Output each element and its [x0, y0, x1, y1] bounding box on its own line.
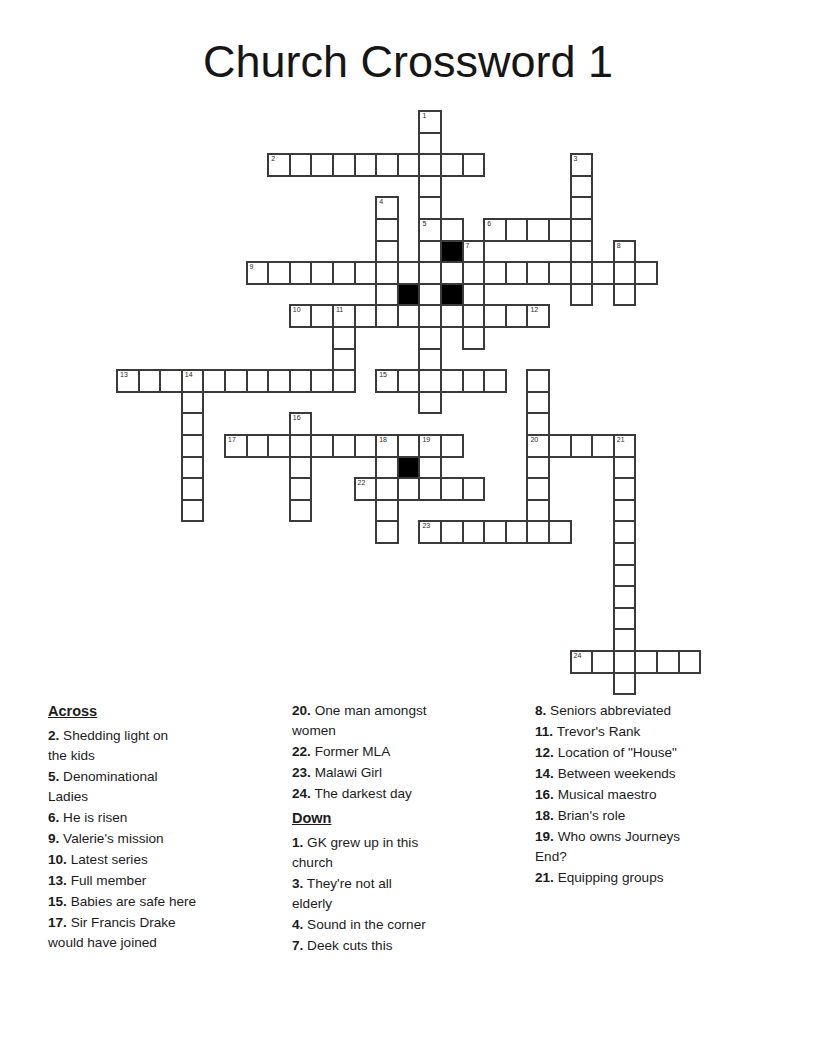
cell-r18c12[interactable]	[375, 499, 399, 523]
clue-text: Latest series	[67, 852, 148, 867]
cell-r2c8[interactable]	[289, 153, 313, 177]
cell-r22c23[interactable]	[613, 585, 637, 609]
clue-number-7: 7	[466, 242, 470, 250]
cell-r15c20[interactable]	[548, 434, 572, 458]
clue-number-4: 4	[379, 198, 383, 206]
cell-r5c12[interactable]	[375, 218, 399, 242]
cell-r9c8[interactable]: 10	[289, 304, 313, 328]
clue-column-1: Across2. Shedding light on the kids5. De…	[48, 701, 286, 954]
cell-r25c25[interactable]	[656, 650, 680, 674]
cell-r9c10[interactable]: 11	[332, 304, 356, 328]
cell-r15c21[interactable]	[570, 434, 594, 458]
cell-r12c17[interactable]	[483, 369, 507, 393]
clue-label: 22.	[292, 744, 311, 759]
clue-across-15: 15. Babies are safe here	[48, 892, 286, 912]
cell-r21c23[interactable]	[613, 564, 637, 588]
clue-down-11: 11. Trevor's Rank	[535, 722, 785, 742]
cell-r2c13[interactable]	[397, 153, 421, 177]
cell-r7c21[interactable]	[570, 261, 594, 285]
clue-down-1: 1. GK grew up in this church	[292, 833, 530, 873]
cell-r6c21[interactable]	[570, 240, 594, 264]
clue-label: 8.	[535, 703, 546, 718]
cell-r15c10[interactable]	[332, 434, 356, 458]
cell-r16c3[interactable]	[181, 456, 205, 480]
cell-r9c12[interactable]	[375, 304, 399, 328]
clue-text: Sound in the corner	[303, 917, 425, 932]
clue-down-7: 7. Deek cuts this	[292, 936, 530, 956]
cell-r5c19[interactable]	[526, 218, 550, 242]
clue-label: 16.	[535, 787, 554, 802]
clue-number-12: 12	[530, 306, 538, 314]
cell-r13c3[interactable]	[181, 391, 205, 415]
cell-r17c23[interactable]	[613, 477, 637, 501]
clues-header-across: Across	[48, 701, 286, 721]
cell-r9c16[interactable]	[462, 304, 486, 328]
cell-r19c19[interactable]	[526, 520, 550, 544]
cell-r9c19[interactable]: 12	[526, 304, 550, 328]
clue-text: Trevor's Rank	[553, 724, 640, 739]
clue-number-6: 6	[487, 220, 491, 228]
clue-label: 13.	[48, 873, 67, 888]
blocked-cell-r8c15	[440, 283, 464, 307]
cell-r7c9[interactable]	[310, 261, 334, 285]
cell-r9c11[interactable]	[354, 304, 378, 328]
crossword-grid: 123456789101112131415161718192021222324	[116, 110, 702, 696]
cell-r12c6[interactable]	[246, 369, 270, 393]
cell-r12c15[interactable]	[440, 369, 464, 393]
cell-r11c14[interactable]	[418, 348, 442, 372]
clue-down-21: 21. Equipping groups	[535, 868, 785, 888]
cell-r7c8[interactable]	[289, 261, 313, 285]
cell-r17c11[interactable]: 22	[354, 477, 378, 501]
cell-r15c23[interactable]: 21	[613, 434, 637, 458]
cell-r15c8[interactable]	[289, 434, 313, 458]
clue-text: Malawi Girl	[311, 765, 382, 780]
clue-across-17: 17. Sir Francis Drake would have joined	[48, 913, 286, 953]
blocked-cell-r16c13	[397, 456, 421, 480]
clue-number-1: 1	[422, 112, 426, 120]
cell-r7c19[interactable]	[526, 261, 550, 285]
clue-text: The darkest day	[311, 786, 412, 801]
clue-across-6: 6. He is risen	[48, 808, 286, 828]
cell-r17c12[interactable]	[375, 477, 399, 501]
clue-label: 7.	[292, 938, 303, 953]
cell-r12c4[interactable]	[202, 369, 226, 393]
clue-column-3: 8. Seniors abbreviated11. Trevor's Rank1…	[535, 701, 785, 889]
cell-r14c19[interactable]	[526, 412, 550, 436]
cell-r16c12[interactable]	[375, 456, 399, 480]
cell-r15c3[interactable]	[181, 434, 205, 458]
cell-r15c7[interactable]	[267, 434, 291, 458]
clue-down-19: 19. Who owns Journeys End?	[535, 827, 785, 867]
cell-r25c22[interactable]	[591, 650, 615, 674]
cell-r16c8[interactable]	[289, 456, 313, 480]
cell-r2c10[interactable]	[332, 153, 356, 177]
cell-r15c9[interactable]	[310, 434, 334, 458]
cell-r9c13[interactable]	[397, 304, 421, 328]
cell-r16c14[interactable]	[418, 456, 442, 480]
cell-r7c11[interactable]	[354, 261, 378, 285]
clue-label: 23.	[292, 765, 311, 780]
clue-down-4: 4. Sound in the corner	[292, 915, 530, 935]
cell-r12c7[interactable]	[267, 369, 291, 393]
clue-text: Musical maestro	[554, 787, 657, 802]
cell-r12c10[interactable]	[332, 369, 356, 393]
cell-r7c24[interactable]	[634, 261, 658, 285]
clue-down-3: 3. They're not all elderly	[292, 874, 530, 914]
cell-r0c14[interactable]: 1	[418, 110, 442, 134]
cell-r20c23[interactable]	[613, 542, 637, 566]
clue-down-16: 16. Musical maestro	[535, 785, 785, 805]
cell-r17c13[interactable]	[397, 477, 421, 501]
clue-label: 24.	[292, 786, 311, 801]
cell-r19c18[interactable]	[505, 520, 529, 544]
clue-number-24: 24	[574, 652, 582, 660]
clue-label: 1.	[292, 835, 303, 850]
clue-label: 14.	[535, 766, 554, 781]
cell-r2c15[interactable]	[440, 153, 464, 177]
cell-r7c14[interactable]	[418, 261, 442, 285]
cell-r7c7[interactable]	[267, 261, 291, 285]
clue-label: 10.	[48, 852, 67, 867]
cell-r7c16[interactable]	[462, 261, 486, 285]
cell-r10c14[interactable]	[418, 326, 442, 350]
cell-r3c14[interactable]	[418, 175, 442, 199]
cell-r2c14[interactable]	[418, 153, 442, 177]
clue-label: 20.	[292, 703, 311, 718]
cell-r6c16[interactable]: 7	[462, 240, 486, 264]
clue-number-2: 2	[271, 155, 275, 163]
clue-number-3: 3	[574, 155, 578, 163]
cell-r5c20[interactable]	[548, 218, 572, 242]
cell-r12c19[interactable]	[526, 369, 550, 393]
clue-label: 19.	[535, 829, 554, 844]
cell-r7c18[interactable]	[505, 261, 529, 285]
cell-r24c23[interactable]	[613, 628, 637, 652]
cell-r16c19[interactable]	[526, 456, 550, 480]
cell-r14c8[interactable]: 16	[289, 412, 313, 436]
cell-r23c23[interactable]	[613, 607, 637, 631]
cell-r7c6[interactable]: 9	[246, 261, 270, 285]
clue-number-20: 20	[530, 436, 538, 444]
clue-text: Full member	[67, 873, 146, 888]
clue-number-17: 17	[228, 436, 236, 444]
cell-r9c9[interactable]	[310, 304, 334, 328]
cell-r9c14[interactable]	[418, 304, 442, 328]
cell-r17c8[interactable]	[289, 477, 313, 501]
clue-text: Brian's role	[554, 808, 625, 823]
cell-r7c17[interactable]	[483, 261, 507, 285]
cell-r15c15[interactable]	[440, 434, 464, 458]
cell-r9c15[interactable]	[440, 304, 464, 328]
cell-r13c19[interactable]	[526, 391, 550, 415]
cell-r12c13[interactable]	[397, 369, 421, 393]
clue-across-9: 9. Valerie's mission	[48, 829, 286, 849]
cell-r19c12[interactable]	[375, 520, 399, 544]
blocked-cell-r6c15	[440, 240, 464, 264]
cell-r1c14[interactable]	[418, 132, 442, 156]
cell-r15c5[interactable]: 17	[224, 434, 248, 458]
clue-text: Who owns Journeys End?	[535, 829, 680, 864]
cell-r7c10[interactable]	[332, 261, 356, 285]
clue-number-22: 22	[358, 479, 366, 487]
cell-r5c14[interactable]: 5	[418, 218, 442, 242]
cell-r7c13[interactable]	[397, 261, 421, 285]
clue-label: 3.	[292, 876, 303, 891]
cell-r12c0[interactable]: 13	[116, 369, 140, 393]
cell-r2c9[interactable]	[310, 153, 334, 177]
clue-number-11: 11	[336, 306, 343, 314]
cell-r25c26[interactable]	[678, 650, 702, 674]
cell-r17c3[interactable]	[181, 477, 205, 501]
cell-r5c15[interactable]	[440, 218, 464, 242]
cell-r10c10[interactable]	[332, 326, 356, 350]
clues-header-down: Down	[292, 808, 530, 828]
cell-r15c6[interactable]	[246, 434, 270, 458]
cell-r12c16[interactable]	[462, 369, 486, 393]
puzzle-title: Church Crossword 1	[0, 38, 816, 85]
cell-r5c21[interactable]	[570, 218, 594, 242]
cell-r4c12[interactable]: 4	[375, 196, 399, 220]
clue-number-19: 19	[422, 436, 430, 444]
cell-r15c13[interactable]	[397, 434, 421, 458]
cell-r15c12[interactable]: 18	[375, 434, 399, 458]
clue-text: Babies are safe here	[67, 894, 196, 909]
cell-r2c11[interactable]	[354, 153, 378, 177]
clue-across-13: 13. Full member	[48, 871, 286, 891]
clue-across-2: 2. Shedding light on the kids	[48, 726, 286, 766]
clue-label: 15.	[48, 894, 67, 909]
clue-column-2: 20. One man amongst women22. Former MLA2…	[292, 701, 530, 957]
cell-r19c16[interactable]	[462, 520, 486, 544]
clue-label: 4.	[292, 917, 303, 932]
clue-number-15: 15	[379, 371, 387, 379]
clue-number-8: 8	[617, 242, 621, 250]
cell-r25c21[interactable]: 24	[570, 650, 594, 674]
cell-r12c5[interactable]	[224, 369, 248, 393]
cell-r17c16[interactable]	[462, 477, 486, 501]
cell-r9c18[interactable]	[505, 304, 529, 328]
cell-r15c14[interactable]: 19	[418, 434, 442, 458]
cell-r6c23[interactable]: 8	[613, 240, 637, 264]
cell-r13c14[interactable]	[418, 391, 442, 415]
clue-number-16: 16	[293, 414, 301, 422]
cell-r5c17[interactable]: 6	[483, 218, 507, 242]
clue-number-9: 9	[250, 263, 254, 271]
cell-r12c14[interactable]	[418, 369, 442, 393]
clue-text: Former MLA	[311, 744, 390, 759]
clue-label: 17.	[48, 915, 67, 930]
cell-r7c23[interactable]	[613, 261, 637, 285]
clue-label: 11.	[535, 724, 553, 739]
cell-r8c14[interactable]	[418, 283, 442, 307]
cell-r6c12[interactable]	[375, 240, 399, 264]
blocked-cell-r8c13	[397, 283, 421, 307]
cell-r18c19[interactable]	[526, 499, 550, 523]
clue-across-23: 23. Malawi Girl	[292, 763, 530, 783]
cell-r2c21[interactable]: 3	[570, 153, 594, 177]
cell-r12c8[interactable]	[289, 369, 313, 393]
clue-label: 21.	[535, 870, 554, 885]
clue-across-20: 20. One man amongst women	[292, 701, 530, 741]
clue-across-5: 5. Denominational Ladies	[48, 767, 286, 807]
cell-r8c23[interactable]	[613, 283, 637, 307]
clue-number-13: 13	[120, 371, 128, 379]
clue-across-22: 22. Former MLA	[292, 742, 530, 762]
cell-r6c14[interactable]	[418, 240, 442, 264]
clue-number-21: 21	[617, 436, 625, 444]
cell-r12c3[interactable]: 14	[181, 369, 205, 393]
cell-r18c8[interactable]	[289, 499, 313, 523]
cell-r26c23[interactable]	[613, 672, 637, 696]
cell-r19c23[interactable]	[613, 520, 637, 544]
clue-number-10: 10	[293, 306, 301, 314]
crossword-page: Church Crossword 1 123456789101112131415…	[0, 0, 816, 1056]
clue-down-8: 8. Seniors abbreviated	[535, 701, 785, 721]
cell-r19c15[interactable]	[440, 520, 464, 544]
clue-label: 5.	[48, 769, 59, 784]
cell-r12c12[interactable]: 15	[375, 369, 399, 393]
clue-text: Denominational Ladies	[48, 769, 158, 804]
cell-r8c21[interactable]	[570, 283, 594, 307]
cell-r2c16[interactable]	[462, 153, 486, 177]
clue-label: 9.	[48, 831, 59, 846]
cell-r15c11[interactable]	[354, 434, 378, 458]
cell-r7c12[interactable]	[375, 261, 399, 285]
clue-label: 18.	[535, 808, 554, 823]
cell-r19c14[interactable]: 23	[418, 520, 442, 544]
clue-text: Seniors abbreviated	[546, 703, 671, 718]
cell-r7c20[interactable]	[548, 261, 572, 285]
cell-r11c10[interactable]	[332, 348, 356, 372]
clue-down-12: 12. Location of "House"	[535, 743, 785, 763]
cell-r17c15[interactable]	[440, 477, 464, 501]
clue-number-18: 18	[379, 436, 387, 444]
clue-text: He is risen	[59, 810, 127, 825]
cell-r17c14[interactable]	[418, 477, 442, 501]
clue-text: One man amongst women	[292, 703, 427, 738]
cell-r15c19[interactable]: 20	[526, 434, 550, 458]
clue-label: 6.	[48, 810, 59, 825]
cell-r14c3[interactable]	[181, 412, 205, 436]
clue-text: Sir Francis Drake would have joined	[48, 915, 176, 950]
cell-r5c18[interactable]	[505, 218, 529, 242]
cell-r8c12[interactable]	[375, 283, 399, 307]
cell-r9c17[interactable]	[483, 304, 507, 328]
clue-text: They're not all elderly	[292, 876, 392, 911]
cell-r19c17[interactable]	[483, 520, 507, 544]
cell-r18c3[interactable]	[181, 499, 205, 523]
cell-r25c24[interactable]	[634, 650, 658, 674]
clue-across-24: 24. The darkest day	[292, 784, 530, 804]
clue-text: Between weekends	[554, 766, 676, 781]
clue-text: GK grew up in this church	[292, 835, 418, 870]
cell-r15c22[interactable]	[591, 434, 615, 458]
clue-text: Valerie's mission	[59, 831, 163, 846]
cell-r12c2[interactable]	[159, 369, 183, 393]
clue-text: Deek cuts this	[303, 938, 392, 953]
cell-r18c23[interactable]	[613, 499, 637, 523]
clue-number-23: 23	[422, 522, 430, 530]
cell-r12c9[interactable]	[310, 369, 334, 393]
cell-r4c21[interactable]	[570, 196, 594, 220]
cell-r16c23[interactable]	[613, 456, 637, 480]
cell-r19c20[interactable]	[548, 520, 572, 544]
cell-r2c7[interactable]: 2	[267, 153, 291, 177]
clue-text: Equipping groups	[554, 870, 664, 885]
clue-number-14: 14	[185, 371, 193, 379]
cell-r4c14[interactable]	[418, 196, 442, 220]
cell-r8c16[interactable]	[462, 283, 486, 307]
cell-r25c23[interactable]	[613, 650, 637, 674]
cell-r7c22[interactable]	[591, 261, 615, 285]
clue-down-14: 14. Between weekends	[535, 764, 785, 784]
clue-label: 2.	[48, 728, 59, 743]
cell-r7c15[interactable]	[440, 261, 464, 285]
clue-across-10: 10. Latest series	[48, 850, 286, 870]
cell-r10c16[interactable]	[462, 326, 486, 350]
clue-text: Shedding light on the kids	[48, 728, 168, 763]
cell-r17c19[interactable]	[526, 477, 550, 501]
clue-label: 12.	[535, 745, 554, 760]
clue-number-5: 5	[422, 220, 426, 228]
cell-r2c12[interactable]	[375, 153, 399, 177]
clue-text: Location of "House"	[554, 745, 677, 760]
cell-r3c21[interactable]	[570, 175, 594, 199]
clue-down-18: 18. Brian's role	[535, 806, 785, 826]
cell-r12c1[interactable]	[138, 369, 162, 393]
